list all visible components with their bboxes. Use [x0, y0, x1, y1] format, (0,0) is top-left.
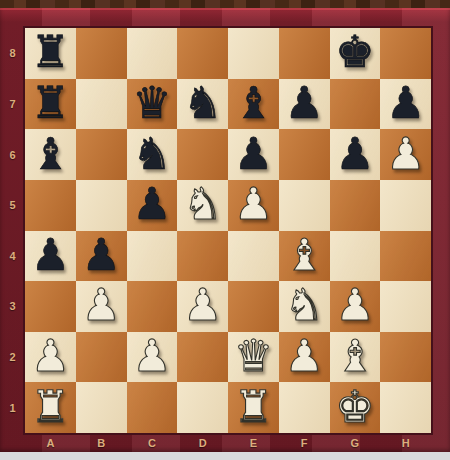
square-e2[interactable]: ♛ [228, 332, 279, 383]
black-rook[interactable]: ♜ [31, 30, 70, 74]
square-h5[interactable] [380, 180, 431, 231]
square-f8[interactable] [279, 28, 330, 79]
file-label-h: H [380, 433, 431, 452]
white-knight[interactable]: ♞ [284, 283, 323, 327]
square-d5[interactable]: ♞ [177, 180, 228, 231]
square-f4[interactable]: ♝ [279, 231, 330, 282]
white-bishop[interactable]: ♝ [335, 334, 374, 378]
black-king[interactable]: ♚ [335, 30, 374, 74]
file-labels: ABCDEFGH [25, 433, 431, 452]
square-c4[interactable] [127, 231, 178, 282]
white-pawn[interactable]: ♟ [132, 334, 171, 378]
square-e1[interactable]: ♜ [228, 382, 279, 433]
square-c6[interactable]: ♞ [127, 129, 178, 180]
white-bishop[interactable]: ♝ [284, 233, 323, 277]
square-c8[interactable] [127, 28, 178, 79]
square-d8[interactable] [177, 28, 228, 79]
rank-label-2: 2 [0, 332, 25, 383]
black-knight[interactable]: ♞ [183, 81, 222, 125]
square-a8[interactable]: ♜ [25, 28, 76, 79]
black-pawn[interactable]: ♟ [234, 132, 273, 176]
square-e4[interactable] [228, 231, 279, 282]
square-c2[interactable]: ♟ [127, 332, 178, 383]
black-queen[interactable]: ♛ [132, 81, 171, 125]
square-c5[interactable]: ♟ [127, 180, 178, 231]
square-f6[interactable] [279, 129, 330, 180]
white-pawn[interactable]: ♟ [234, 182, 273, 226]
white-rook[interactable]: ♜ [31, 385, 70, 429]
square-a3[interactable] [25, 281, 76, 332]
file-label-b: B [76, 433, 127, 452]
square-a7[interactable]: ♜ [25, 79, 76, 130]
square-b7[interactable] [76, 79, 127, 130]
square-d4[interactable] [177, 231, 228, 282]
square-a4[interactable]: ♟ [25, 231, 76, 282]
square-d7[interactable]: ♞ [177, 79, 228, 130]
square-d6[interactable] [177, 129, 228, 180]
square-g6[interactable]: ♟ [330, 129, 381, 180]
black-pawn[interactable]: ♟ [335, 132, 374, 176]
square-e8[interactable] [228, 28, 279, 79]
page-background-strip [0, 452, 450, 460]
white-pawn[interactable]: ♟ [31, 334, 70, 378]
black-bishop[interactable]: ♝ [31, 132, 70, 176]
square-g1[interactable]: ♚ [330, 382, 381, 433]
black-pawn[interactable]: ♟ [31, 233, 70, 277]
square-c3[interactable] [127, 281, 178, 332]
square-h4[interactable] [380, 231, 431, 282]
square-e6[interactable]: ♟ [228, 129, 279, 180]
square-g4[interactable] [330, 231, 381, 282]
square-g3[interactable]: ♟ [330, 281, 381, 332]
square-b5[interactable] [76, 180, 127, 231]
rank-label-3: 3 [0, 281, 25, 332]
square-d2[interactable] [177, 332, 228, 383]
square-h7[interactable]: ♟ [380, 79, 431, 130]
square-b3[interactable]: ♟ [76, 281, 127, 332]
square-c7[interactable]: ♛ [127, 79, 178, 130]
file-label-g: G [330, 433, 381, 452]
square-c1[interactable] [127, 382, 178, 433]
rank-label-1: 1 [0, 382, 25, 433]
black-pawn[interactable]: ♟ [284, 81, 323, 125]
file-label-a: A [25, 433, 76, 452]
white-pawn[interactable]: ♟ [284, 334, 323, 378]
square-h8[interactable] [380, 28, 431, 79]
black-pawn[interactable]: ♟ [386, 81, 425, 125]
square-h1[interactable] [380, 382, 431, 433]
square-g8[interactable]: ♚ [330, 28, 381, 79]
square-g7[interactable] [330, 79, 381, 130]
chess-board: ♜♚♜♛♞♝♟♟♝♞♟♟♟♟♞♟♟♟♝♟♟♞♟♟♟♛♟♝♜♜♚ [25, 28, 431, 433]
rank-labels: 87654321 [0, 28, 25, 433]
square-f7[interactable]: ♟ [279, 79, 330, 130]
black-knight[interactable]: ♞ [132, 132, 171, 176]
white-knight[interactable]: ♞ [183, 182, 222, 226]
square-a1[interactable]: ♜ [25, 382, 76, 433]
wood-background-strip [0, 0, 450, 8]
file-label-e: E [228, 433, 279, 452]
square-a5[interactable] [25, 180, 76, 231]
square-f2[interactable]: ♟ [279, 332, 330, 383]
square-h6[interactable]: ♟ [380, 129, 431, 180]
black-pawn[interactable]: ♟ [132, 182, 171, 226]
rank-label-7: 7 [0, 79, 25, 130]
square-a2[interactable]: ♟ [25, 332, 76, 383]
square-g5[interactable] [330, 180, 381, 231]
square-f3[interactable]: ♞ [279, 281, 330, 332]
rank-label-6: 6 [0, 129, 25, 180]
square-b8[interactable] [76, 28, 127, 79]
square-b1[interactable] [76, 382, 127, 433]
white-pawn[interactable]: ♟ [183, 283, 222, 327]
white-pawn[interactable]: ♟ [335, 283, 374, 327]
square-a6[interactable]: ♝ [25, 129, 76, 180]
square-b4[interactable]: ♟ [76, 231, 127, 282]
square-b6[interactable] [76, 129, 127, 180]
square-e7[interactable]: ♝ [228, 79, 279, 130]
file-label-c: C [127, 433, 178, 452]
square-e3[interactable] [228, 281, 279, 332]
square-f1[interactable] [279, 382, 330, 433]
black-bishop[interactable]: ♝ [234, 81, 273, 125]
black-pawn[interactable]: ♟ [81, 233, 120, 277]
rank-label-8: 8 [0, 28, 25, 79]
square-h3[interactable] [380, 281, 431, 332]
square-f5[interactable] [279, 180, 330, 231]
white-pawn[interactable]: ♟ [81, 283, 120, 327]
rank-label-4: 4 [0, 231, 25, 282]
square-d1[interactable] [177, 382, 228, 433]
file-label-f: F [279, 433, 330, 452]
rank-label-5: 5 [0, 180, 25, 231]
white-rook[interactable]: ♜ [234, 385, 273, 429]
square-e5[interactable]: ♟ [228, 180, 279, 231]
white-king[interactable]: ♚ [335, 385, 374, 429]
white-queen[interactable]: ♛ [234, 334, 273, 378]
square-g2[interactable]: ♝ [330, 332, 381, 383]
square-h2[interactable] [380, 332, 431, 383]
black-rook[interactable]: ♜ [31, 81, 70, 125]
white-pawn[interactable]: ♟ [386, 132, 425, 176]
square-b2[interactable] [76, 332, 127, 383]
square-d3[interactable]: ♟ [177, 281, 228, 332]
file-label-d: D [177, 433, 228, 452]
